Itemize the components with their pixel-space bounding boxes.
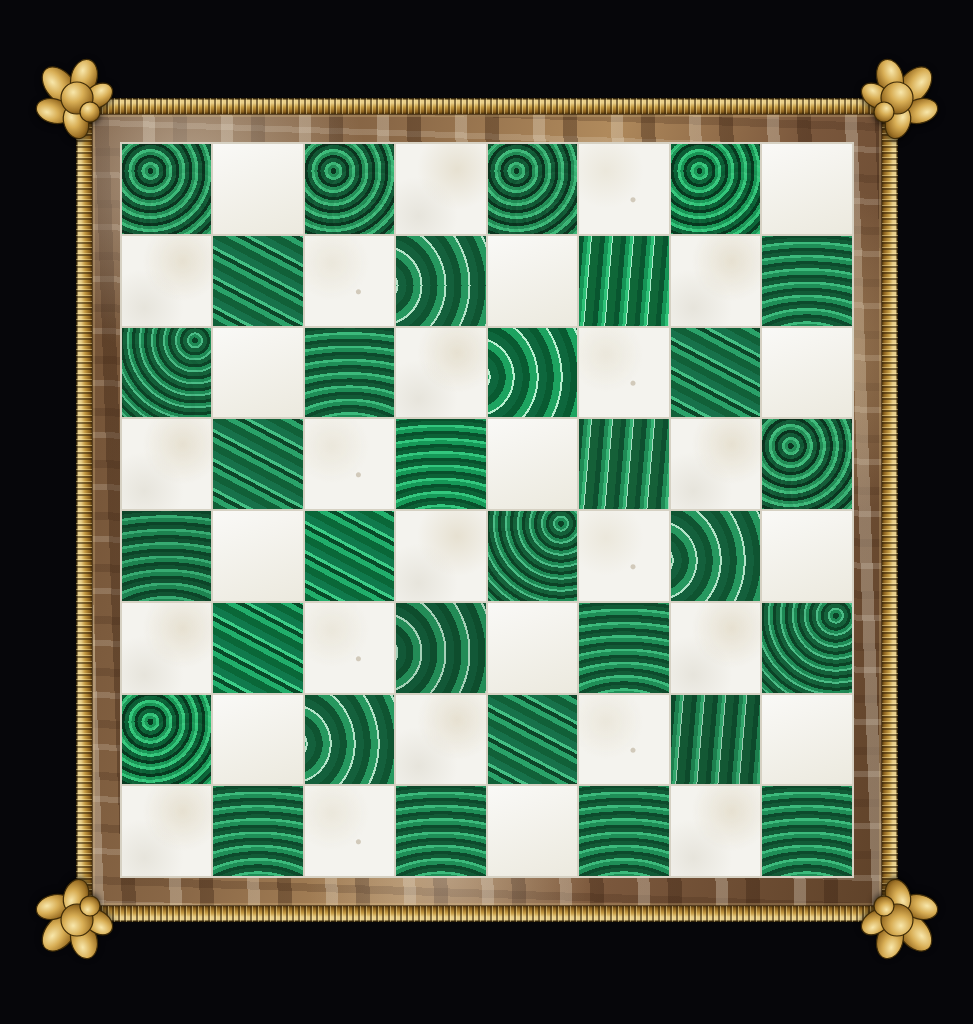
board-square[interactable]	[488, 786, 578, 876]
board-square[interactable]	[213, 236, 303, 326]
board-square[interactable]	[488, 236, 578, 326]
board-square[interactable]	[122, 144, 212, 234]
board-square[interactable]	[213, 328, 303, 418]
board-square[interactable]	[762, 695, 852, 785]
board-square[interactable]	[305, 695, 395, 785]
board-square[interactable]	[671, 603, 761, 693]
board-square[interactable]	[122, 419, 212, 509]
board-square[interactable]	[122, 695, 212, 785]
board-square[interactable]	[671, 786, 761, 876]
board-square[interactable]	[305, 144, 395, 234]
board-square[interactable]	[762, 419, 852, 509]
board-square[interactable]	[762, 328, 852, 418]
board-square[interactable]	[488, 328, 578, 418]
chessboard-frame	[76, 98, 898, 922]
chessboard	[120, 142, 854, 878]
board-square[interactable]	[579, 603, 669, 693]
photo-backdrop	[0, 0, 973, 1024]
board-square[interactable]	[396, 419, 486, 509]
board-square[interactable]	[213, 786, 303, 876]
board-square[interactable]	[396, 695, 486, 785]
board-square[interactable]	[579, 511, 669, 601]
board-square[interactable]	[488, 419, 578, 509]
board-square[interactable]	[579, 328, 669, 418]
board-square[interactable]	[305, 511, 395, 601]
board-square[interactable]	[213, 603, 303, 693]
board-square[interactable]	[396, 144, 486, 234]
board-square[interactable]	[762, 786, 852, 876]
board-square[interactable]	[488, 695, 578, 785]
board-square[interactable]	[671, 419, 761, 509]
board-square[interactable]	[213, 144, 303, 234]
board-square[interactable]	[671, 511, 761, 601]
board-square[interactable]	[579, 236, 669, 326]
corner-finial-bottom-left	[32, 862, 132, 962]
board-square[interactable]	[122, 786, 212, 876]
board-square[interactable]	[579, 695, 669, 785]
board-square[interactable]	[762, 603, 852, 693]
board-square[interactable]	[579, 419, 669, 509]
board-square[interactable]	[305, 419, 395, 509]
board-square[interactable]	[396, 603, 486, 693]
board-square[interactable]	[213, 511, 303, 601]
corner-finial-bottom-right	[842, 862, 942, 962]
gilt-rim-top	[76, 98, 898, 114]
board-square[interactable]	[396, 328, 486, 418]
board-square[interactable]	[762, 511, 852, 601]
board-square[interactable]	[122, 236, 212, 326]
gilt-rim-left	[76, 98, 92, 922]
board-square[interactable]	[579, 786, 669, 876]
board-square[interactable]	[671, 144, 761, 234]
board-square[interactable]	[671, 328, 761, 418]
board-square[interactable]	[488, 603, 578, 693]
board-square[interactable]	[213, 695, 303, 785]
board-square[interactable]	[488, 144, 578, 234]
agate-border	[92, 114, 882, 906]
board-square[interactable]	[396, 511, 486, 601]
gilt-rim-bottom	[76, 906, 898, 922]
board-square[interactable]	[396, 236, 486, 326]
board-square[interactable]	[762, 144, 852, 234]
board-square[interactable]	[213, 419, 303, 509]
board-square[interactable]	[305, 786, 395, 876]
board-square[interactable]	[579, 144, 669, 234]
board-square[interactable]	[671, 236, 761, 326]
board-square[interactable]	[305, 236, 395, 326]
board-square[interactable]	[122, 511, 212, 601]
board-square[interactable]	[122, 328, 212, 418]
gilt-rim-right	[882, 98, 898, 922]
corner-finial-top-left	[32, 56, 132, 156]
board-square[interactable]	[396, 786, 486, 876]
board-square[interactable]	[305, 328, 395, 418]
corner-finial-top-right	[842, 56, 942, 156]
board-square[interactable]	[305, 603, 395, 693]
board-square[interactable]	[762, 236, 852, 326]
board-square[interactable]	[122, 603, 212, 693]
board-square[interactable]	[488, 511, 578, 601]
board-square[interactable]	[671, 695, 761, 785]
